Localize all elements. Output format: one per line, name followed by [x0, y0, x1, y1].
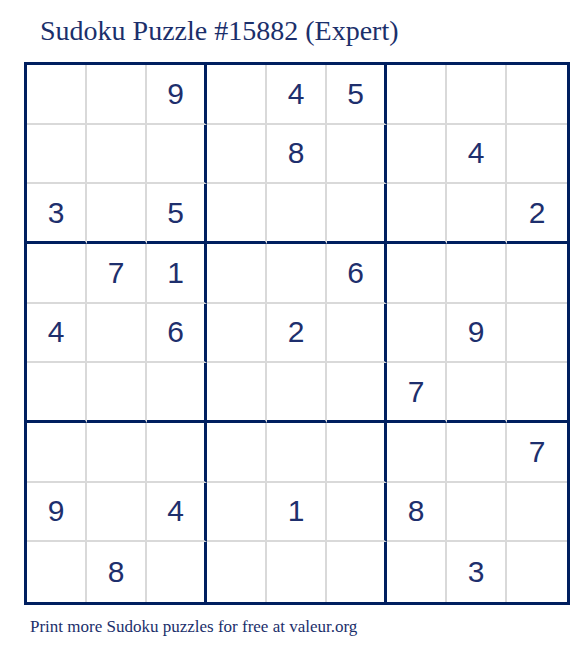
sudoku-cell-r2c3 — [147, 125, 207, 185]
sudoku-cell-r5c5: 2 — [267, 304, 327, 364]
sudoku-cell-r6c9 — [507, 363, 567, 423]
sudoku-cell-r6c7: 7 — [387, 363, 447, 423]
sudoku-page: Sudoku Puzzle #15882 (Expert) 9458435271… — [0, 0, 580, 651]
sudoku-cell-r8c2 — [87, 483, 147, 543]
sudoku-cell-r1c1 — [27, 65, 87, 125]
sudoku-cell-r4c4 — [207, 244, 267, 304]
sudoku-cell-r2c1 — [27, 125, 87, 185]
sudoku-cell-r4c1 — [27, 244, 87, 304]
sudoku-cell-r3c4 — [207, 184, 267, 244]
sudoku-cell-r6c5 — [267, 363, 327, 423]
sudoku-cell-r9c8: 3 — [447, 542, 507, 602]
sudoku-cell-r9c7 — [387, 542, 447, 602]
sudoku-cell-r6c2 — [87, 363, 147, 423]
sudoku-cell-r3c1: 3 — [27, 184, 87, 244]
sudoku-cell-r5c3: 6 — [147, 304, 207, 364]
sudoku-cell-r3c2 — [87, 184, 147, 244]
sudoku-cell-r4c8 — [447, 244, 507, 304]
sudoku-cell-r4c3: 1 — [147, 244, 207, 304]
sudoku-cell-r3c8 — [447, 184, 507, 244]
sudoku-cell-r8c9 — [507, 483, 567, 543]
sudoku-cell-r5c2 — [87, 304, 147, 364]
sudoku-cell-r6c3 — [147, 363, 207, 423]
sudoku-cell-r8c7: 8 — [387, 483, 447, 543]
sudoku-cell-r7c8 — [447, 423, 507, 483]
sudoku-cell-r4c9 — [507, 244, 567, 304]
sudoku-cell-r1c4 — [207, 65, 267, 125]
sudoku-cell-r4c5 — [267, 244, 327, 304]
sudoku-cell-r7c6 — [327, 423, 387, 483]
sudoku-cell-r5c9 — [507, 304, 567, 364]
sudoku-cell-r2c6 — [327, 125, 387, 185]
sudoku-cell-r6c1 — [27, 363, 87, 423]
sudoku-cell-r7c3 — [147, 423, 207, 483]
sudoku-cell-r2c9 — [507, 125, 567, 185]
sudoku-cell-r1c2 — [87, 65, 147, 125]
sudoku-cell-r8c5: 1 — [267, 483, 327, 543]
footer-text: Print more Sudoku puzzles for free at va… — [30, 617, 357, 637]
sudoku-cell-r1c9 — [507, 65, 567, 125]
sudoku-cell-r7c7 — [387, 423, 447, 483]
sudoku-cell-r9c9 — [507, 542, 567, 602]
sudoku-cell-r1c7 — [387, 65, 447, 125]
sudoku-cell-r3c9: 2 — [507, 184, 567, 244]
sudoku-cell-r9c2: 8 — [87, 542, 147, 602]
sudoku-cell-r2c8: 4 — [447, 125, 507, 185]
sudoku-cell-r5c8: 9 — [447, 304, 507, 364]
sudoku-cell-r2c7 — [387, 125, 447, 185]
sudoku-cell-r4c2: 7 — [87, 244, 147, 304]
sudoku-board: 94584352716462977941883 — [24, 62, 570, 605]
page-title: Sudoku Puzzle #15882 (Expert) — [40, 14, 399, 48]
sudoku-cell-r7c1 — [27, 423, 87, 483]
sudoku-cell-r3c6 — [327, 184, 387, 244]
sudoku-cell-r8c8 — [447, 483, 507, 543]
sudoku-cell-r1c8 — [447, 65, 507, 125]
sudoku-cell-r3c5 — [267, 184, 327, 244]
sudoku-cell-r5c6 — [327, 304, 387, 364]
sudoku-cell-r9c3 — [147, 542, 207, 602]
sudoku-cell-r8c6 — [327, 483, 387, 543]
sudoku-cell-r1c5: 4 — [267, 65, 327, 125]
sudoku-cell-r7c4 — [207, 423, 267, 483]
sudoku-cell-r5c4 — [207, 304, 267, 364]
sudoku-cell-r6c8 — [447, 363, 507, 423]
sudoku-cell-r2c5: 8 — [267, 125, 327, 185]
sudoku-cell-r3c3: 5 — [147, 184, 207, 244]
sudoku-cell-r8c4 — [207, 483, 267, 543]
sudoku-cell-r2c4 — [207, 125, 267, 185]
sudoku-cell-r1c3: 9 — [147, 65, 207, 125]
sudoku-cell-r1c6: 5 — [327, 65, 387, 125]
sudoku-cell-r4c7 — [387, 244, 447, 304]
sudoku-cell-r9c6 — [327, 542, 387, 602]
sudoku-cell-r7c2 — [87, 423, 147, 483]
sudoku-cell-r7c5 — [267, 423, 327, 483]
sudoku-cell-r7c9: 7 — [507, 423, 567, 483]
sudoku-cell-r9c1 — [27, 542, 87, 602]
sudoku-cell-r3c7 — [387, 184, 447, 244]
sudoku-cell-r5c7 — [387, 304, 447, 364]
sudoku-cell-r8c1: 9 — [27, 483, 87, 543]
sudoku-cell-r9c4 — [207, 542, 267, 602]
sudoku-cell-r4c6: 6 — [327, 244, 387, 304]
sudoku-cell-r8c3: 4 — [147, 483, 207, 543]
sudoku-cell-r6c6 — [327, 363, 387, 423]
sudoku-cell-r5c1: 4 — [27, 304, 87, 364]
sudoku-cell-r6c4 — [207, 363, 267, 423]
sudoku-cell-r2c2 — [87, 125, 147, 185]
sudoku-cell-r9c5 — [267, 542, 327, 602]
